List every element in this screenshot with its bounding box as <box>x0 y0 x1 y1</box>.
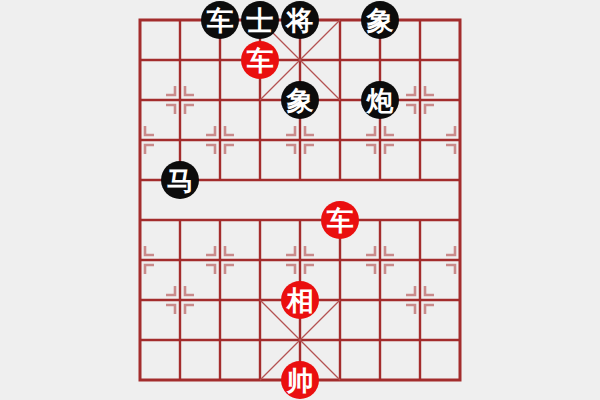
piece-red-elephant[interactable]: 相 <box>281 281 319 319</box>
piece-red-chariot[interactable]: 车 <box>321 201 359 239</box>
piece-red-general[interactable]: 帅 <box>281 361 319 399</box>
piece-black-elephant[interactable]: 象 <box>361 1 399 39</box>
piece-black-horse[interactable]: 马 <box>161 161 199 199</box>
piece-red-chariot[interactable]: 车 <box>241 41 279 79</box>
piece-black-cannon[interactable]: 炮 <box>361 81 399 119</box>
piece-black-elephant[interactable]: 象 <box>281 81 319 119</box>
piece-black-chariot[interactable]: 车 <box>201 1 239 39</box>
piece-black-general[interactable]: 将 <box>281 1 319 39</box>
piece-grid: 车士将象车象炮马车相帅 <box>120 0 480 400</box>
xiangqi-board-screenshot: 车士将象车象炮马车相帅 <box>0 0 600 400</box>
piece-black-advisor[interactable]: 士 <box>241 1 279 39</box>
